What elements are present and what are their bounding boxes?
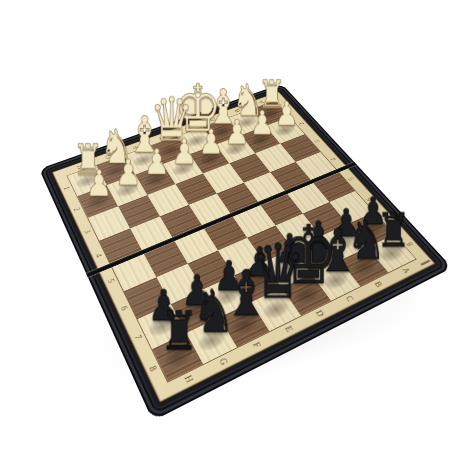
piece-white-pawn: ♟ <box>115 155 141 191</box>
piece-black-rook: ♜ <box>160 306 199 359</box>
product-photo: HGFEDCBA HGFEDCBA 12345678 12345678 ♜♞♝♛… <box>0 0 450 450</box>
piece-white-pawn: ♟ <box>143 145 169 180</box>
scene: HGFEDCBA HGFEDCBA 12345678 12345678 ♜♞♝♛… <box>41 0 410 450</box>
board-grid: ♜♞♝♛♚♝♞♜♟♟♟♟♟♟♟♟♟♟♟♟♟♟♟♟♜♞♝♛♚♝♞♜ <box>68 101 416 381</box>
projection-wrapper: HGFEDCBA HGFEDCBA 12345678 12345678 ♜♞♝♛… <box>41 0 410 450</box>
brand-microtext <box>420 260 431 266</box>
piece-white-pawn: ♟ <box>171 135 197 170</box>
piece-white-pawn: ♟ <box>250 107 274 140</box>
board-frame: HGFEDCBA HGFEDCBA 12345678 12345678 ♜♞♝♛… <box>39 84 450 421</box>
piece-white-pawn: ♟ <box>274 98 298 131</box>
piece-white-pawn: ♟ <box>85 166 112 202</box>
board-surface: HGFEDCBA HGFEDCBA 12345678 12345678 ♜♞♝♛… <box>52 91 436 402</box>
piece-white-pawn: ♟ <box>224 116 249 150</box>
chess-board: HGFEDCBA HGFEDCBA 12345678 12345678 ♜♞♝♛… <box>39 84 450 421</box>
piece-white-pawn: ♟ <box>198 125 223 159</box>
square-e3 <box>176 173 217 204</box>
square-h8: ♜ <box>152 333 203 381</box>
